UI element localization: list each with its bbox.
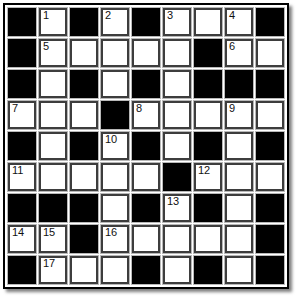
crossword-cell-r5c2[interactable] <box>39 132 67 160</box>
blocked-cell-r7c9 <box>256 194 284 222</box>
blocked-cell-r7c3 <box>70 194 98 222</box>
crossword-cell-r4c6[interactable] <box>163 101 191 129</box>
clue-number: 5 <box>43 41 49 52</box>
crossword-cell-r3c2[interactable] <box>39 70 67 98</box>
clue-number: 13 <box>167 196 179 207</box>
crossword-cell-r5c8[interactable] <box>225 132 253 160</box>
crossword-cell-r9c4[interactable] <box>101 256 129 284</box>
blocked-cell-r3c5 <box>132 70 160 98</box>
blocked-cell-r7c7 <box>194 194 222 222</box>
clue-number: 16 <box>105 227 117 238</box>
crossword-cell-r4c1[interactable]: 7 <box>8 101 36 129</box>
blocked-cell-r7c2 <box>39 194 67 222</box>
blocked-cell-r3c9 <box>256 70 284 98</box>
clue-number: 2 <box>105 10 111 21</box>
blocked-cell-r1c5 <box>132 8 160 36</box>
blocked-cell-r3c8 <box>225 70 253 98</box>
blocked-cell-r6c6 <box>163 163 191 191</box>
blocked-cell-r7c1 <box>8 194 36 222</box>
crossword-cell-r9c3[interactable] <box>70 256 98 284</box>
crossword-cell-r9c2[interactable]: 17 <box>39 256 67 284</box>
crossword-cell-r5c6[interactable] <box>163 132 191 160</box>
crossword-cell-r9c8[interactable] <box>225 256 253 284</box>
crossword-cell-r1c2[interactable]: 1 <box>39 8 67 36</box>
crossword-cell-r4c9[interactable] <box>256 101 284 129</box>
crossword-cell-r1c7[interactable] <box>194 8 222 36</box>
crossword-cell-r7c8[interactable] <box>225 194 253 222</box>
crossword-cell-r2c8[interactable]: 6 <box>225 39 253 67</box>
crossword-cell-r3c4[interactable] <box>101 70 129 98</box>
blocked-cell-r8c9 <box>256 225 284 253</box>
crossword-cell-r2c6[interactable] <box>163 39 191 67</box>
blocked-cell-r8c3 <box>70 225 98 253</box>
crossword-cell-r2c5[interactable] <box>132 39 160 67</box>
clue-number: 12 <box>198 165 210 176</box>
blocked-cell-r1c3 <box>70 8 98 36</box>
blocked-cell-r5c9 <box>256 132 284 160</box>
crossword-cell-r7c4[interactable] <box>101 194 129 222</box>
blocked-cell-r4c4 <box>101 101 129 129</box>
crossword-cell-r2c9[interactable] <box>256 39 284 67</box>
crossword-cell-r2c3[interactable] <box>70 39 98 67</box>
crossword-cell-r7c6[interactable]: 13 <box>163 194 191 222</box>
crossword-grid: 1234567891011121314151617 <box>8 8 284 284</box>
clue-number: 14 <box>12 227 24 238</box>
crossword-cell-r2c2[interactable]: 5 <box>39 39 67 67</box>
blocked-cell-r7c5 <box>132 194 160 222</box>
clue-number: 17 <box>43 258 55 269</box>
blocked-cell-r2c1 <box>8 39 36 67</box>
crossword-cell-r9c6[interactable] <box>163 256 191 284</box>
blocked-cell-r9c7 <box>194 256 222 284</box>
clue-number: 3 <box>167 10 173 21</box>
blocked-cell-r9c1 <box>8 256 36 284</box>
crossword-cell-r4c2[interactable] <box>39 101 67 129</box>
clue-number: 8 <box>136 103 142 114</box>
clue-number: 7 <box>12 103 18 114</box>
crossword-cell-r8c5[interactable] <box>132 225 160 253</box>
crossword-cell-r4c3[interactable] <box>70 101 98 129</box>
clue-number: 15 <box>43 227 55 238</box>
crossword-frame: 1234567891011121314151617 <box>3 3 289 289</box>
crossword-cell-r3c6[interactable] <box>163 70 191 98</box>
blocked-cell-r9c5 <box>132 256 160 284</box>
crossword-cell-r4c7[interactable] <box>194 101 222 129</box>
blocked-cell-r5c1 <box>8 132 36 160</box>
blocked-cell-r1c1 <box>8 8 36 36</box>
clue-number: 9 <box>229 103 235 114</box>
blocked-cell-r5c5 <box>132 132 160 160</box>
crossword-cell-r6c7[interactable]: 12 <box>194 163 222 191</box>
blocked-cell-r5c3 <box>70 132 98 160</box>
clue-number: 6 <box>229 41 235 52</box>
crossword-cell-r1c4[interactable]: 2 <box>101 8 129 36</box>
crossword-cell-r1c6[interactable]: 3 <box>163 8 191 36</box>
crossword-cell-r2c4[interactable] <box>101 39 129 67</box>
crossword-cell-r8c8[interactable] <box>225 225 253 253</box>
clue-number: 10 <box>105 134 117 145</box>
crossword-cell-r6c3[interactable] <box>70 163 98 191</box>
crossword-cell-r4c8[interactable]: 9 <box>225 101 253 129</box>
crossword-cell-r8c7[interactable] <box>194 225 222 253</box>
clue-number: 4 <box>229 10 235 21</box>
blocked-cell-r3c7 <box>194 70 222 98</box>
blocked-cell-r2c7 <box>194 39 222 67</box>
crossword-cell-r6c8[interactable] <box>225 163 253 191</box>
crossword-cell-r6c2[interactable] <box>39 163 67 191</box>
crossword-cell-r8c4[interactable]: 16 <box>101 225 129 253</box>
crossword-cell-r8c2[interactable]: 15 <box>39 225 67 253</box>
blocked-cell-r1c9 <box>256 8 284 36</box>
blocked-cell-r3c1 <box>8 70 36 98</box>
blocked-cell-r9c9 <box>256 256 284 284</box>
crossword-cell-r8c1[interactable]: 14 <box>8 225 36 253</box>
crossword-cell-r6c1[interactable]: 11 <box>8 163 36 191</box>
crossword-cell-r5c4[interactable]: 10 <box>101 132 129 160</box>
crossword-cell-r1c8[interactable]: 4 <box>225 8 253 36</box>
blocked-cell-r3c3 <box>70 70 98 98</box>
crossword-cell-r6c5[interactable] <box>132 163 160 191</box>
clue-number: 11 <box>12 165 23 176</box>
crossword-cell-r8c6[interactable] <box>163 225 191 253</box>
crossword-cell-r4c5[interactable]: 8 <box>132 101 160 129</box>
crossword-cell-r6c4[interactable] <box>101 163 129 191</box>
crossword-cell-r6c9[interactable] <box>256 163 284 191</box>
blocked-cell-r5c7 <box>194 132 222 160</box>
page-background: 1234567891011121314151617 <box>0 0 304 308</box>
clue-number: 1 <box>43 10 49 21</box>
